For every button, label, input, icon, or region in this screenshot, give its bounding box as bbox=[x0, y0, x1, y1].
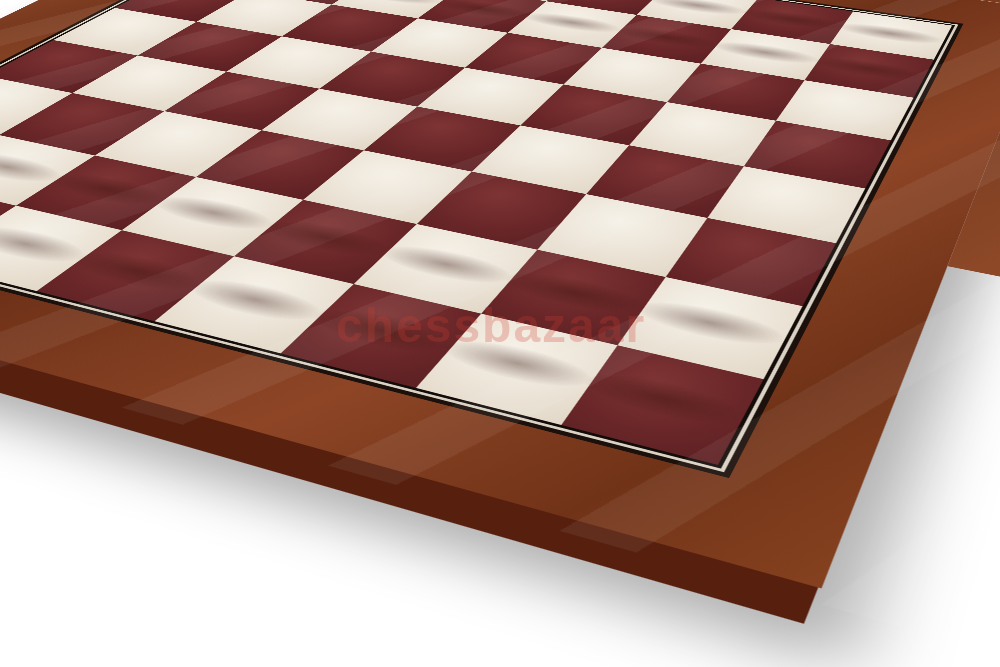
photo-stage: ♜♞♝♛♚♝♞♜♟♟♟♟♟♟♟♟♟♟♟♟♟♟♟♟♜♞♝♛♚♝♞♜ chessba… bbox=[0, 0, 1000, 667]
board-border-extension-right bbox=[947, 0, 1000, 393]
chess-board: ♜♞♝♛♚♝♞♜♟♟♟♟♟♟♟♟♟♟♟♟♟♟♟♟♜♞♝♛♚♝♞♜ bbox=[0, 0, 1000, 588]
white-rook-icon: ♜ bbox=[549, 158, 775, 410]
